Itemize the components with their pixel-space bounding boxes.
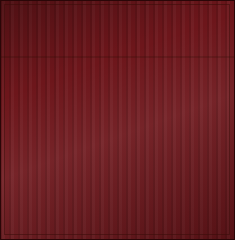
chess-board — [5, 5, 229, 234]
